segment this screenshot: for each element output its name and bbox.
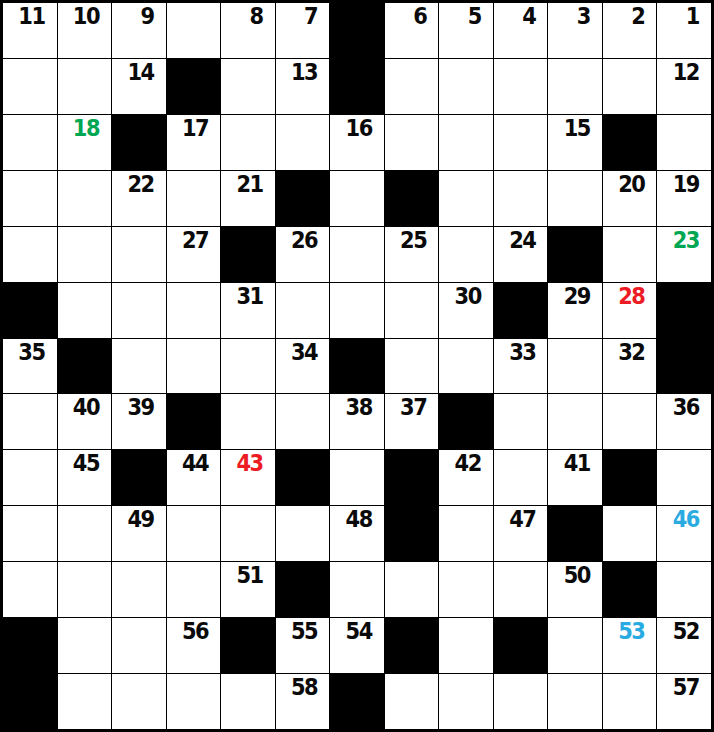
blocked-cell [3,618,57,673]
cell-r11c7[interactable] [330,562,384,617]
clue-number: 8 [250,6,263,29]
cell-r4c10[interactable] [494,171,548,226]
clue-number: 43 [236,453,262,476]
cell-r4c5[interactable]: 21 [221,171,275,226]
cell-r1c4[interactable] [167,3,221,58]
cell-r7c6[interactable]: 34 [276,339,330,394]
cell-r5c1[interactable] [3,227,57,282]
cell-r7c11[interactable] [548,339,602,394]
cell-r3c13[interactable] [657,115,711,170]
blocked-cell [330,339,384,394]
clue-number: 29 [564,286,590,309]
cell-r13c13[interactable]: 57 [657,674,711,729]
cell-r13c6[interactable]: 58 [276,674,330,729]
clue-number: 48 [346,509,372,532]
cell-r4c4[interactable] [167,171,221,226]
cell-r7c5[interactable] [221,339,275,394]
cell-r9c2[interactable]: 45 [58,450,112,505]
blocked-cell [603,115,657,170]
blocked-cell [657,339,711,394]
clue-number: 1 [686,6,699,29]
cell-r2c6[interactable]: 13 [276,59,330,114]
cell-r10c1[interactable] [3,506,57,561]
clue-number: 13 [291,62,317,85]
cell-r5c2[interactable] [58,227,112,282]
cell-r3c1[interactable] [3,115,57,170]
clue-number: 10 [73,6,99,29]
cell-r9c4[interactable]: 44 [167,450,221,505]
cell-r12c13[interactable]: 52 [657,618,711,673]
blocked-cell [385,450,439,505]
clue-number: 17 [182,118,208,141]
cell-r2c2[interactable] [58,59,112,114]
blocked-cell [330,3,384,58]
clue-number: 28 [618,286,644,309]
cell-r13c4[interactable] [167,674,221,729]
cell-r6c8[interactable] [385,283,439,338]
clue-number: 32 [618,342,644,365]
cell-r6c4[interactable] [167,283,221,338]
cell-r3c4[interactable]: 17 [167,115,221,170]
blocked-cell [167,59,221,114]
cell-r8c2[interactable]: 40 [58,394,112,449]
cell-r1c9[interactable]: 5 [439,3,493,58]
cell-r11c1[interactable] [3,562,57,617]
cell-r13c10[interactable] [494,674,548,729]
cell-r1c10[interactable]: 4 [494,3,548,58]
clue-number: 58 [291,677,317,700]
blocked-cell [385,171,439,226]
clue-number: 6 [413,6,426,29]
cell-r3c11[interactable]: 15 [548,115,602,170]
cell-r8c7[interactable]: 38 [330,394,384,449]
blocked-cell [167,394,221,449]
clue-number: 12 [673,62,699,85]
cell-r1c13[interactable]: 1 [657,3,711,58]
cell-r7c12[interactable]: 32 [603,339,657,394]
cell-r9c10[interactable] [494,450,548,505]
cell-r6c7[interactable] [330,283,384,338]
clue-number: 50 [564,565,590,588]
cell-r6c3[interactable] [112,283,166,338]
blocked-cell [221,618,275,673]
cell-r9c11[interactable]: 41 [548,450,602,505]
cell-r5c8[interactable]: 25 [385,227,439,282]
cell-r11c5[interactable]: 51 [221,562,275,617]
clue-number: 51 [236,565,262,588]
clue-number: 34 [291,342,317,365]
cell-r6c11[interactable]: 29 [548,283,602,338]
cell-r12c12[interactable]: 53 [603,618,657,673]
cell-r1c8[interactable]: 6 [385,3,439,58]
cell-r8c12[interactable] [603,394,657,449]
clue-number: 16 [346,118,372,141]
cell-r4c11[interactable] [548,171,602,226]
cell-r2c11[interactable] [548,59,602,114]
clue-number: 5 [468,6,481,29]
cell-r8c6[interactable] [276,394,330,449]
cell-r11c11[interactable]: 50 [548,562,602,617]
cell-r3c6[interactable] [276,115,330,170]
clue-number: 33 [509,342,535,365]
clue-number: 57 [673,677,699,700]
cell-r8c3[interactable]: 39 [112,394,166,449]
clue-number: 27 [182,230,208,253]
cell-r8c13[interactable]: 36 [657,394,711,449]
cell-r7c3[interactable] [112,339,166,394]
cell-r1c2[interactable]: 10 [58,3,112,58]
clue-number: 20 [618,174,644,197]
cell-r5c4[interactable]: 27 [167,227,221,282]
blocked-cell [385,618,439,673]
cell-r4c13[interactable]: 19 [657,171,711,226]
cell-r7c4[interactable] [167,339,221,394]
cell-r3c10[interactable] [494,115,548,170]
cell-r3c8[interactable] [385,115,439,170]
clue-number: 42 [455,453,481,476]
cell-r11c4[interactable] [167,562,221,617]
cell-r12c7[interactable]: 54 [330,618,384,673]
cell-r3c9[interactable] [439,115,493,170]
blocked-cell [548,227,602,282]
clue-number: 19 [673,174,699,197]
cell-r9c7[interactable] [330,450,384,505]
cell-r6c12[interactable]: 28 [603,283,657,338]
cell-r13c2[interactable] [58,674,112,729]
cell-r1c6[interactable]: 7 [276,3,330,58]
cell-r4c2[interactable] [58,171,112,226]
cell-r5c9[interactable] [439,227,493,282]
cell-r4c9[interactable] [439,171,493,226]
blocked-cell [276,450,330,505]
clue-number: 40 [73,397,99,420]
blocked-cell [221,227,275,282]
clue-number: 55 [291,621,317,644]
clue-number: 2 [631,6,644,29]
clue-number: 45 [73,453,99,476]
cell-r10c2[interactable] [58,506,112,561]
blocked-cell [385,506,439,561]
cell-r2c8[interactable] [385,59,439,114]
cell-r9c13[interactable] [657,450,711,505]
cell-r5c12[interactable] [603,227,657,282]
cell-r10c10[interactable]: 47 [494,506,548,561]
cell-r7c10[interactable]: 33 [494,339,548,394]
clue-number: 52 [673,621,699,644]
clue-number: 56 [182,621,208,644]
cell-r9c9[interactable]: 42 [439,450,493,505]
cell-r10c6[interactable] [276,506,330,561]
clue-number: 3 [577,6,590,29]
cell-r13c9[interactable] [439,674,493,729]
cell-r8c5[interactable] [221,394,275,449]
blocked-cell [3,283,57,338]
cell-r5c6[interactable]: 26 [276,227,330,282]
cell-r11c9[interactable] [439,562,493,617]
cell-r4c1[interactable] [3,171,57,226]
cell-r10c7[interactable]: 48 [330,506,384,561]
cell-r2c10[interactable] [494,59,548,114]
cell-r13c3[interactable] [112,674,166,729]
cell-r2c9[interactable] [439,59,493,114]
cell-r11c10[interactable] [494,562,548,617]
cell-r10c9[interactable] [439,506,493,561]
blocked-cell [276,562,330,617]
clue-number: 31 [236,286,262,309]
cell-r2c3[interactable]: 14 [112,59,166,114]
clue-number: 38 [346,397,372,420]
clue-number: 15 [564,118,590,141]
cell-r10c5[interactable] [221,506,275,561]
clue-number: 49 [127,509,153,532]
clue-number: 35 [18,342,44,365]
cell-r13c5[interactable] [221,674,275,729]
clue-number: 4 [522,6,535,29]
blocked-cell [603,450,657,505]
cell-r2c13[interactable]: 12 [657,59,711,114]
clue-number: 41 [564,453,590,476]
cell-r3c2[interactable]: 18 [58,115,112,170]
clue-number: 54 [346,621,372,644]
clue-number: 14 [127,62,153,85]
cell-r3c7[interactable]: 16 [330,115,384,170]
cell-r12c6[interactable]: 55 [276,618,330,673]
blocked-cell [330,59,384,114]
cell-r12c11[interactable] [548,618,602,673]
cell-r1c12[interactable]: 2 [603,3,657,58]
clue-number: 47 [509,509,535,532]
cell-r2c1[interactable] [3,59,57,114]
cell-r6c2[interactable] [58,283,112,338]
cell-r12c3[interactable] [112,618,166,673]
cell-r4c3[interactable]: 22 [112,171,166,226]
cell-r5c7[interactable] [330,227,384,282]
cell-r1c1[interactable]: 11 [3,3,57,58]
clue-number: 24 [509,230,535,253]
cell-r12c4[interactable]: 56 [167,618,221,673]
clue-number: 9 [140,6,153,29]
blocked-cell [3,674,57,729]
clue-number: 44 [182,453,208,476]
cell-r6c5[interactable]: 31 [221,283,275,338]
cell-r5c3[interactable] [112,227,166,282]
cell-r8c11[interactable] [548,394,602,449]
cell-r10c13[interactable]: 46 [657,506,711,561]
blocked-cell [330,674,384,729]
cell-r8c1[interactable] [3,394,57,449]
cell-r12c9[interactable] [439,618,493,673]
clue-number: 25 [400,230,426,253]
cell-r11c3[interactable] [112,562,166,617]
clue-number: 46 [673,509,699,532]
cell-r5c10[interactable]: 24 [494,227,548,282]
clue-number: 23 [673,230,699,253]
cell-r7c8[interactable] [385,339,439,394]
blocked-cell [603,562,657,617]
blocked-cell [494,618,548,673]
clue-number: 37 [400,397,426,420]
cell-r11c8[interactable] [385,562,439,617]
cell-r8c8[interactable]: 37 [385,394,439,449]
cell-r9c1[interactable] [3,450,57,505]
clue-number: 7 [304,6,317,29]
blocked-cell [548,506,602,561]
cell-r7c9[interactable] [439,339,493,394]
cell-r1c11[interactable]: 3 [548,3,602,58]
blocked-cell [276,171,330,226]
cell-r13c12[interactable] [603,674,657,729]
cell-r9c5[interactable]: 43 [221,450,275,505]
clue-number: 21 [236,174,262,197]
cell-r1c5[interactable]: 8 [221,3,275,58]
clue-number: 53 [618,621,644,644]
cell-r2c5[interactable] [221,59,275,114]
blocked-cell [112,115,166,170]
clue-number: 18 [73,118,99,141]
cell-r6c6[interactable] [276,283,330,338]
clue-number: 22 [127,174,153,197]
cell-r11c13[interactable] [657,562,711,617]
cell-r6c9[interactable]: 30 [439,283,493,338]
cell-r4c7[interactable] [330,171,384,226]
cell-r10c12[interactable] [603,506,657,561]
cell-r10c3[interactable]: 49 [112,506,166,561]
cell-r3c5[interactable] [221,115,275,170]
cell-r7c1[interactable]: 35 [3,339,57,394]
blocked-cell [439,394,493,449]
clue-number: 26 [291,230,317,253]
cell-r10c4[interactable] [167,506,221,561]
blocked-cell [657,283,711,338]
cell-r2c12[interactable] [603,59,657,114]
cell-r11c2[interactable] [58,562,112,617]
clue-number: 30 [455,286,481,309]
cell-r1c3[interactable]: 9 [112,3,166,58]
cell-r5c13[interactable]: 23 [657,227,711,282]
cell-r4c12[interactable]: 20 [603,171,657,226]
clue-number: 39 [127,397,153,420]
blocked-cell [112,450,166,505]
cell-r13c11[interactable] [548,674,602,729]
cell-r13c8[interactable] [385,674,439,729]
cell-r12c2[interactable] [58,618,112,673]
clue-number: 11 [18,6,44,29]
cell-r8c10[interactable] [494,394,548,449]
blocked-cell [58,339,112,394]
crossword-board: 1110987654321141312181716152221201927262… [0,0,714,732]
clue-number: 36 [673,397,699,420]
blocked-cell [494,283,548,338]
